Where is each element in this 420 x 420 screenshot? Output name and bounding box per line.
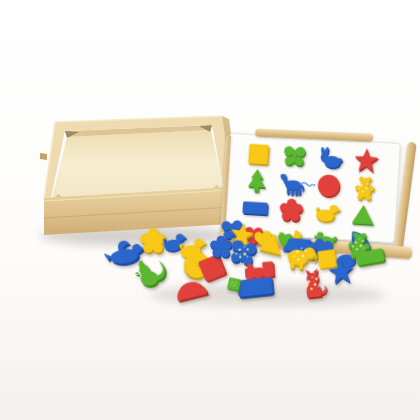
piece-red-cat [294, 265, 331, 302]
piece-blue-star [326, 257, 357, 288]
piece-green-square [225, 275, 244, 294]
piece-green-squirrel [132, 253, 173, 294]
piece-green-rectangle [353, 240, 388, 275]
product-photo-scene [0, 0, 420, 420]
loose-pieces-pile [0, 0, 420, 420]
